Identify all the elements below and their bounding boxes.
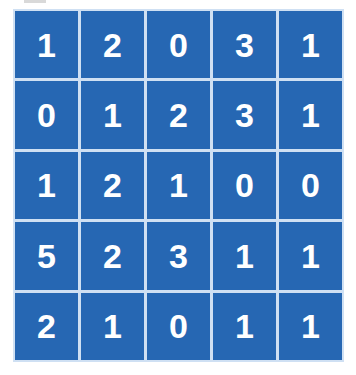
grid-cell-r2c4[interactable]: 3 (213, 81, 276, 148)
grid-cell-r1c4[interactable]: 3 (213, 11, 276, 78)
puzzle-board: 1203101231121005231121011 (13, 9, 344, 362)
grid-cell-r2c3[interactable]: 2 (147, 81, 210, 148)
grid-cell-r4c1[interactable]: 5 (15, 222, 78, 289)
grid-cell-r3c3[interactable]: 1 (147, 152, 210, 219)
grid-cell-r3c4[interactable]: 0 (213, 152, 276, 219)
grid-cell-r1c2[interactable]: 2 (81, 11, 144, 78)
grid-cell-r3c5[interactable]: 0 (279, 152, 342, 219)
grid-cell-r5c3[interactable]: 0 (147, 293, 210, 360)
grid-cell-r5c4[interactable]: 1 (213, 293, 276, 360)
grid-cell-r1c5[interactable]: 1 (279, 11, 342, 78)
grid-cell-r1c3[interactable]: 0 (147, 11, 210, 78)
grid-cell-r4c2[interactable]: 2 (81, 222, 144, 289)
grid-cell-r4c5[interactable]: 1 (279, 222, 342, 289)
grid-cell-r2c1[interactable]: 0 (15, 81, 78, 148)
grid-cell-r5c2[interactable]: 1 (81, 293, 144, 360)
grid-cell-r4c3[interactable]: 3 (147, 222, 210, 289)
grid-cell-r4c4[interactable]: 1 (213, 222, 276, 289)
grid-cell-r1c1[interactable]: 1 (15, 11, 78, 78)
grid-cell-r3c2[interactable]: 2 (81, 152, 144, 219)
screen-edge-artifact (24, 0, 46, 3)
grid-cell-r5c5[interactable]: 1 (279, 293, 342, 360)
grid-cell-r3c1[interactable]: 1 (15, 152, 78, 219)
grid-cell-r2c5[interactable]: 1 (279, 81, 342, 148)
grid-cell-r2c2[interactable]: 1 (81, 81, 144, 148)
grid-cell-r5c1[interactable]: 2 (15, 293, 78, 360)
